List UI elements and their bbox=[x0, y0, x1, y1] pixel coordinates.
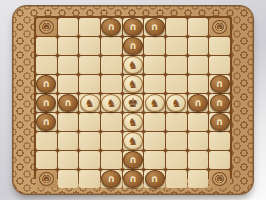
square-d7[interactable] bbox=[101, 132, 122, 150]
defender-piece[interactable]: ♞ bbox=[166, 94, 186, 112]
attacker-piece[interactable]: ∩ bbox=[58, 94, 78, 112]
square-g3[interactable] bbox=[166, 56, 187, 74]
square-d1[interactable]: ∩ bbox=[101, 18, 122, 36]
square-a7[interactable] bbox=[36, 132, 57, 150]
attacker-piece[interactable]: ∩ bbox=[123, 170, 143, 188]
defender-piece[interactable]: ♞ bbox=[123, 132, 143, 150]
square-d2[interactable] bbox=[101, 37, 122, 55]
square-c6[interactable] bbox=[79, 113, 100, 131]
square-f2[interactable] bbox=[144, 37, 165, 55]
square-e3[interactable]: ♞ bbox=[123, 56, 144, 74]
attacker-piece[interactable]: ∩ bbox=[101, 18, 121, 36]
square-c9[interactable] bbox=[79, 170, 100, 188]
square-d8[interactable] bbox=[101, 151, 122, 169]
square-f7[interactable] bbox=[144, 132, 165, 150]
square-h7[interactable] bbox=[188, 132, 209, 150]
attacker-piece[interactable]: ∩ bbox=[145, 18, 165, 36]
square-c3[interactable] bbox=[79, 56, 100, 74]
square-g2[interactable] bbox=[166, 37, 187, 55]
square-i4[interactable]: ∩ bbox=[209, 75, 230, 93]
attacker-piece[interactable]: ∩ bbox=[188, 94, 208, 112]
square-f5[interactable]: ♞ bbox=[144, 94, 165, 112]
defender-piece[interactable]: ♞ bbox=[123, 56, 143, 74]
square-b8[interactable] bbox=[58, 151, 79, 169]
square-e4[interactable]: ♞ bbox=[123, 75, 144, 93]
king-piece[interactable]: ♚ bbox=[123, 94, 143, 112]
square-i8[interactable] bbox=[209, 151, 230, 169]
square-i3[interactable] bbox=[209, 56, 230, 74]
square-b1[interactable] bbox=[58, 18, 79, 36]
square-h2[interactable] bbox=[188, 37, 209, 55]
hnefatafl-board: ⌘∩∩∩⌘∩♞∩♞∩∩∩♞♞♚♞♞∩∩∩♞∩♞∩⌘∩∩∩⌘ bbox=[12, 5, 254, 195]
square-f4[interactable] bbox=[144, 75, 165, 93]
attacker-piece[interactable]: ∩ bbox=[145, 170, 165, 188]
square-e1[interactable]: ∩ bbox=[123, 18, 144, 36]
attacker-piece[interactable]: ∩ bbox=[36, 94, 56, 112]
corner-square-a9[interactable]: ⌘ bbox=[36, 170, 57, 188]
square-d9[interactable]: ∩ bbox=[101, 170, 122, 188]
square-f6[interactable] bbox=[144, 113, 165, 131]
square-d6[interactable] bbox=[101, 113, 122, 131]
square-h4[interactable] bbox=[188, 75, 209, 93]
attacker-piece[interactable]: ∩ bbox=[123, 37, 143, 55]
celtic-knot-icon: ⌘ bbox=[39, 20, 54, 34]
square-c8[interactable] bbox=[79, 151, 100, 169]
square-g6[interactable] bbox=[166, 113, 187, 131]
square-e5[interactable]: ♚ bbox=[123, 94, 144, 112]
square-e8[interactable]: ∩ bbox=[123, 151, 144, 169]
attacker-piece[interactable]: ∩ bbox=[123, 18, 143, 36]
square-b3[interactable] bbox=[58, 56, 79, 74]
square-g1[interactable] bbox=[166, 18, 187, 36]
square-g7[interactable] bbox=[166, 132, 187, 150]
square-c4[interactable] bbox=[79, 75, 100, 93]
corner-square-i9[interactable]: ⌘ bbox=[209, 170, 230, 188]
square-h6[interactable] bbox=[188, 113, 209, 131]
defender-piece[interactable]: ♞ bbox=[80, 94, 100, 112]
square-e6[interactable]: ♞ bbox=[123, 113, 144, 131]
attacker-piece[interactable]: ∩ bbox=[36, 75, 56, 93]
square-h9[interactable] bbox=[188, 170, 209, 188]
attacker-piece[interactable]: ∩ bbox=[123, 151, 143, 169]
square-a5[interactable]: ∩ bbox=[36, 94, 57, 112]
square-c1[interactable] bbox=[79, 18, 100, 36]
square-b7[interactable] bbox=[58, 132, 79, 150]
defender-piece[interactable]: ♞ bbox=[101, 94, 121, 112]
celtic-knot-icon: ⌘ bbox=[39, 172, 54, 186]
square-h8[interactable] bbox=[188, 151, 209, 169]
square-a4[interactable]: ∩ bbox=[36, 75, 57, 93]
square-g5[interactable]: ♞ bbox=[166, 94, 187, 112]
square-a8[interactable] bbox=[36, 151, 57, 169]
square-b6[interactable] bbox=[58, 113, 79, 131]
attacker-piece[interactable]: ∩ bbox=[210, 75, 230, 93]
square-f9[interactable]: ∩ bbox=[144, 170, 165, 188]
square-a2[interactable] bbox=[36, 37, 57, 55]
celtic-knot-icon: ⌘ bbox=[212, 172, 227, 186]
attacker-piece[interactable]: ∩ bbox=[101, 170, 121, 188]
square-a6[interactable]: ∩ bbox=[36, 113, 57, 131]
square-i7[interactable] bbox=[209, 132, 230, 150]
square-d5[interactable]: ♞ bbox=[101, 94, 122, 112]
square-h1[interactable] bbox=[188, 18, 209, 36]
corner-square-a1[interactable]: ⌘ bbox=[36, 18, 57, 36]
square-f1[interactable]: ∩ bbox=[144, 18, 165, 36]
board-grid: ⌘∩∩∩⌘∩♞∩♞∩∩∩♞♞♚♞♞∩∩∩♞∩♞∩⌘∩∩∩⌘ bbox=[34, 16, 232, 179]
square-i5[interactable]: ∩ bbox=[209, 94, 230, 112]
defender-piece[interactable]: ♞ bbox=[123, 113, 143, 131]
square-b4[interactable] bbox=[58, 75, 79, 93]
square-e9[interactable]: ∩ bbox=[123, 170, 144, 188]
square-i6[interactable]: ∩ bbox=[209, 113, 230, 131]
attacker-piece[interactable]: ∩ bbox=[36, 113, 56, 131]
defender-piece[interactable]: ♞ bbox=[145, 94, 165, 112]
square-d3[interactable] bbox=[101, 56, 122, 74]
square-i2[interactable] bbox=[209, 37, 230, 55]
square-g4[interactable] bbox=[166, 75, 187, 93]
square-f3[interactable] bbox=[144, 56, 165, 74]
square-e2[interactable]: ∩ bbox=[123, 37, 144, 55]
square-b5[interactable]: ∩ bbox=[58, 94, 79, 112]
corner-square-i1[interactable]: ⌘ bbox=[209, 18, 230, 36]
photo-background: ⌘∩∩∩⌘∩♞∩♞∩∩∩♞♞♚♞♞∩∩∩♞∩♞∩⌘∩∩∩⌘ bbox=[0, 0, 266, 200]
square-h3[interactable] bbox=[188, 56, 209, 74]
square-c7[interactable] bbox=[79, 132, 100, 150]
square-b2[interactable] bbox=[58, 37, 79, 55]
square-a3[interactable] bbox=[36, 56, 57, 74]
square-e7[interactable]: ♞ bbox=[123, 132, 144, 150]
square-c5[interactable]: ♞ bbox=[79, 94, 100, 112]
celtic-knot-icon: ⌘ bbox=[212, 20, 227, 34]
square-b9[interactable] bbox=[58, 170, 79, 188]
square-d4[interactable] bbox=[101, 75, 122, 93]
square-g9[interactable] bbox=[166, 170, 187, 188]
attacker-piece[interactable]: ∩ bbox=[210, 94, 230, 112]
square-g8[interactable] bbox=[166, 151, 187, 169]
defender-piece[interactable]: ♞ bbox=[123, 75, 143, 93]
square-c2[interactable] bbox=[79, 37, 100, 55]
square-h5[interactable]: ∩ bbox=[188, 94, 209, 112]
attacker-piece[interactable]: ∩ bbox=[210, 113, 230, 131]
square-f8[interactable] bbox=[144, 151, 165, 169]
